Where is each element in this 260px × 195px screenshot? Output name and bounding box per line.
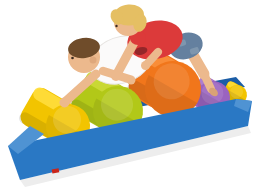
boy-right-hand [141,61,150,70]
toddler-ear [90,57,97,64]
toddler-left-hand [60,98,70,108]
toddler-eye [71,57,74,60]
toddler-right-hand [127,76,136,85]
boy-left-hand [111,71,121,81]
soft-play-photo [0,0,260,195]
soft-play-scene [0,0,260,195]
boy-eye [115,25,117,27]
